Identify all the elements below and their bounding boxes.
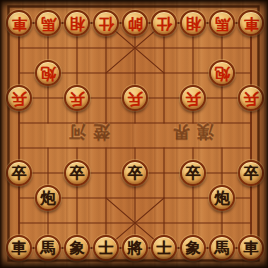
piece-black-soldier[interactable]: 卒 xyxy=(64,160,90,186)
piece-red-cannon[interactable]: 炮 xyxy=(35,60,61,86)
piece-character: 馬 xyxy=(215,241,230,256)
piece-character: 兵 xyxy=(12,91,27,106)
piece-character: 卒 xyxy=(186,166,201,181)
piece-black-general[interactable]: 將 xyxy=(122,235,148,261)
piece-black-soldier[interactable]: 卒 xyxy=(180,160,206,186)
piece-character: 馬 xyxy=(41,16,56,31)
piece-red-horse[interactable]: 馬 xyxy=(209,10,235,36)
piece-character: 卒 xyxy=(12,166,27,181)
piece-character: 士 xyxy=(157,241,172,256)
piece-black-soldier[interactable]: 卒 xyxy=(6,160,32,186)
piece-red-soldier[interactable]: 兵 xyxy=(238,85,264,111)
piece-black-advisor[interactable]: 士 xyxy=(151,235,177,261)
piece-character: 卒 xyxy=(128,166,143,181)
pieces-layer: 車馬相仕帥仕相馬車炮炮兵兵兵兵兵卒卒卒卒卒炮炮車馬象士將士象馬車 xyxy=(0,0,268,268)
piece-character: 馬 xyxy=(215,16,230,31)
piece-character: 兵 xyxy=(128,91,143,106)
piece-character: 車 xyxy=(244,16,259,31)
piece-character: 象 xyxy=(186,241,201,256)
piece-red-chariot[interactable]: 車 xyxy=(6,10,32,36)
piece-character: 將 xyxy=(128,241,143,256)
piece-character: 兵 xyxy=(244,91,259,106)
piece-character: 炮 xyxy=(41,191,56,206)
piece-red-soldier[interactable]: 兵 xyxy=(122,85,148,111)
piece-character: 車 xyxy=(12,241,27,256)
piece-character: 帥 xyxy=(128,16,143,31)
piece-red-advisor[interactable]: 仕 xyxy=(151,10,177,36)
piece-black-soldier[interactable]: 卒 xyxy=(238,160,264,186)
piece-character: 卒 xyxy=(70,166,85,181)
piece-red-general[interactable]: 帥 xyxy=(122,10,148,36)
piece-character: 仕 xyxy=(99,16,114,31)
piece-character: 兵 xyxy=(70,91,85,106)
piece-character: 仕 xyxy=(157,16,172,31)
piece-red-cannon[interactable]: 炮 xyxy=(209,60,235,86)
piece-character: 兵 xyxy=(186,91,201,106)
piece-character: 炮 xyxy=(215,66,230,81)
piece-black-cannon[interactable]: 炮 xyxy=(35,185,61,211)
piece-black-horse[interactable]: 馬 xyxy=(35,235,61,261)
piece-red-chariot[interactable]: 車 xyxy=(238,10,264,36)
piece-character: 炮 xyxy=(41,66,56,81)
piece-black-soldier[interactable]: 卒 xyxy=(122,160,148,186)
piece-character: 相 xyxy=(70,16,85,31)
piece-black-advisor[interactable]: 士 xyxy=(93,235,119,261)
piece-character: 馬 xyxy=(41,241,56,256)
piece-red-horse[interactable]: 馬 xyxy=(35,10,61,36)
piece-black-horse[interactable]: 馬 xyxy=(209,235,235,261)
xiangqi-board[interactable]: 楚河 漢界 車馬相仕帥仕相馬車炮炮兵兵兵兵兵卒卒卒卒卒炮炮車馬象士將士象馬車 xyxy=(0,0,268,268)
piece-red-soldier[interactable]: 兵 xyxy=(6,85,32,111)
piece-red-advisor[interactable]: 仕 xyxy=(93,10,119,36)
piece-character: 車 xyxy=(12,16,27,31)
piece-character: 炮 xyxy=(215,191,230,206)
piece-character: 象 xyxy=(70,241,85,256)
piece-red-elephant[interactable]: 相 xyxy=(64,10,90,36)
piece-red-soldier[interactable]: 兵 xyxy=(64,85,90,111)
piece-character: 車 xyxy=(244,241,259,256)
piece-black-cannon[interactable]: 炮 xyxy=(209,185,235,211)
piece-black-chariot[interactable]: 車 xyxy=(6,235,32,261)
piece-red-elephant[interactable]: 相 xyxy=(180,10,206,36)
piece-character: 卒 xyxy=(244,166,259,181)
piece-red-soldier[interactable]: 兵 xyxy=(180,85,206,111)
piece-black-elephant[interactable]: 象 xyxy=(180,235,206,261)
piece-character: 士 xyxy=(99,241,114,256)
piece-black-elephant[interactable]: 象 xyxy=(64,235,90,261)
piece-black-chariot[interactable]: 車 xyxy=(238,235,264,261)
piece-character: 相 xyxy=(186,16,201,31)
